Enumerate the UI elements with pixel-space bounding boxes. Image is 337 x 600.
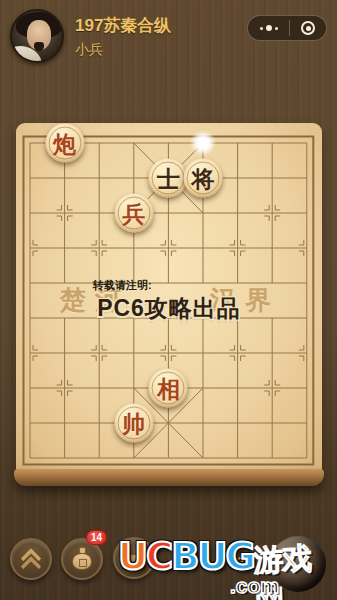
watermark-ball (270, 536, 326, 592)
watermark-suffix-text: 游戏网 (253, 538, 337, 600)
app-screen: 197苏秦合纵 小兵 楚河 汉界 炮士将兵相帅 转载请注明: PC6攻略出品 (0, 0, 337, 600)
level-title: 197苏秦合纵 (75, 16, 171, 36)
watermark-letter: B (171, 535, 197, 578)
piece-glyph: 帅 (122, 412, 145, 435)
dot-icon (266, 25, 272, 31)
collapse-button[interactable] (10, 538, 52, 580)
dot-icon (260, 27, 263, 30)
piece-red-general[interactable]: 帅 (114, 404, 153, 443)
piece-glyph: 炮 (53, 132, 76, 155)
top-bar: 197苏秦合纵 小兵 (0, 0, 337, 70)
piece-glyph: 将 (192, 167, 215, 190)
watermark-note: 转载请注明: (49, 278, 289, 293)
piece-glyph: 兵 (122, 202, 145, 225)
level-titles: 197苏秦合纵 小兵 (75, 16, 171, 58)
watermark-brand: PC6攻略出品 (49, 293, 289, 324)
center-watermark: 转载请注明: PC6攻略出品 (49, 278, 289, 324)
item-button[interactable] (113, 537, 155, 579)
target-circle-icon (301, 21, 315, 35)
coin-count: 30 (237, 554, 253, 570)
piece-red-cannon[interactable]: 炮 (45, 124, 84, 163)
bag-count-badge: 14 (86, 530, 107, 545)
gold-ingot-icon (126, 555, 144, 564)
piece-black-advisor[interactable]: 士 (149, 159, 188, 198)
avatar (10, 9, 64, 63)
more-menu-icon[interactable] (248, 16, 289, 40)
piece-red-soldier[interactable]: 兵 (114, 194, 153, 233)
bottom-bar: 14 30 UCBUG 游戏网 .com (0, 530, 337, 600)
watermark-domain-text: .com (230, 574, 279, 598)
watermark-letter: U (197, 535, 225, 578)
piece-black-general[interactable]: 将 (184, 159, 223, 198)
level-subtitle: 小兵 (75, 40, 171, 58)
money-bag-icon (72, 553, 92, 570)
piece-glyph: 士 (157, 167, 180, 190)
dot-icon (275, 27, 278, 30)
piece-red-elephant[interactable]: 相 (149, 369, 188, 408)
last-move-marker (190, 130, 216, 156)
close-circle-icon[interactable] (290, 16, 326, 40)
piece-glyph: 相 (157, 377, 180, 400)
miniprogram-capsule (247, 15, 327, 41)
avatar-beard (34, 42, 44, 51)
board-panel[interactable]: 楚河 汉界 炮士将兵相帅 转载请注明: PC6攻略出品 (16, 123, 322, 471)
